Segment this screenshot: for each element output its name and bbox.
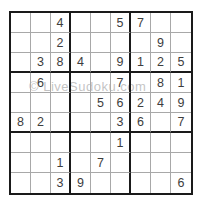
cell-r3c1[interactable]: [11, 53, 31, 73]
cell-r2c1[interactable]: [11, 33, 31, 53]
cell-r5c1[interactable]: [11, 93, 31, 113]
cell-r7c9[interactable]: [171, 133, 191, 153]
cell-r1c8[interactable]: [151, 13, 171, 33]
cell-r8c3: 1: [51, 153, 71, 173]
cell-r1c3: 4: [51, 13, 71, 33]
cell-r1c9[interactable]: [171, 13, 191, 33]
cell-r6c7: 6: [131, 113, 151, 133]
cell-r7c1[interactable]: [11, 133, 31, 153]
cell-r1c6: 5: [111, 13, 131, 33]
cell-r1c4[interactable]: [71, 13, 91, 33]
cell-r8c7[interactable]: [131, 153, 151, 173]
cell-r9c4: 9: [71, 173, 91, 193]
cell-r8c6[interactable]: [111, 153, 131, 173]
cell-r5c4[interactable]: [71, 93, 91, 113]
cell-r2c6[interactable]: [111, 33, 131, 53]
cell-r6c3[interactable]: [51, 113, 71, 133]
cell-r8c1[interactable]: [11, 153, 31, 173]
cell-r4c7[interactable]: [131, 73, 151, 93]
cell-r9c5[interactable]: [91, 173, 111, 193]
cell-r2c2[interactable]: [31, 33, 51, 53]
cell-r6c6: 3: [111, 113, 131, 133]
cell-r6c9: 7: [171, 113, 191, 133]
cell-r5c5: 5: [91, 93, 111, 113]
cell-r7c6: 1: [111, 133, 131, 153]
cell-r3c9: 5: [171, 53, 191, 73]
cell-r5c7: 2: [131, 93, 151, 113]
cell-r1c2[interactable]: [31, 13, 51, 33]
cell-r5c3[interactable]: [51, 93, 71, 113]
cell-r6c4[interactable]: [71, 113, 91, 133]
cell-r1c7: 7: [131, 13, 151, 33]
cell-r7c5[interactable]: [91, 133, 111, 153]
cell-r9c1[interactable]: [11, 173, 31, 193]
cell-r8c8[interactable]: [151, 153, 171, 173]
cell-r7c2[interactable]: [31, 133, 51, 153]
cell-r4c1[interactable]: [11, 73, 31, 93]
cell-r2c4[interactable]: [71, 33, 91, 53]
cell-r1c1[interactable]: [11, 13, 31, 33]
cell-r2c9[interactable]: [171, 33, 191, 53]
sudoku-board: 45729384912567815624982367117396: [9, 11, 193, 195]
cell-r4c6: 7: [111, 73, 131, 93]
cell-r2c5[interactable]: [91, 33, 111, 53]
cell-r8c5: 7: [91, 153, 111, 173]
cell-r7c8[interactable]: [151, 133, 171, 153]
cell-r2c7[interactable]: [131, 33, 151, 53]
cell-r8c4[interactable]: [71, 153, 91, 173]
cell-r9c2[interactable]: [31, 173, 51, 193]
cell-r4c8: 8: [151, 73, 171, 93]
cell-r9c3: 3: [51, 173, 71, 193]
cell-r4c5[interactable]: [91, 73, 111, 93]
cell-r3c3: 8: [51, 53, 71, 73]
cell-r3c2: 3: [31, 53, 51, 73]
cell-r4c9: 1: [171, 73, 191, 93]
cell-r3c6: 9: [111, 53, 131, 73]
cell-r9c7[interactable]: [131, 173, 151, 193]
cell-r6c5[interactable]: [91, 113, 111, 133]
cell-r3c4: 4: [71, 53, 91, 73]
cell-r6c2: 2: [31, 113, 51, 133]
sudoku-page: © LiveSudoku.com 45729384912567815624982…: [0, 0, 200, 200]
cell-r5c8: 4: [151, 93, 171, 113]
cell-r6c8[interactable]: [151, 113, 171, 133]
cell-r5c6: 6: [111, 93, 131, 113]
cell-r8c9[interactable]: [171, 153, 191, 173]
cell-r3c7: 1: [131, 53, 151, 73]
cell-r4c4[interactable]: [71, 73, 91, 93]
cell-r3c8: 2: [151, 53, 171, 73]
cell-r8c2[interactable]: [31, 153, 51, 173]
cell-r2c8: 9: [151, 33, 171, 53]
cell-r7c3[interactable]: [51, 133, 71, 153]
cell-r9c9: 6: [171, 173, 191, 193]
cell-r1c5[interactable]: [91, 13, 111, 33]
cell-r9c6[interactable]: [111, 173, 131, 193]
cell-r5c9: 9: [171, 93, 191, 113]
cell-r5c2[interactable]: [31, 93, 51, 113]
cell-r7c4[interactable]: [71, 133, 91, 153]
cell-r4c2: 6: [31, 73, 51, 93]
cell-r2c3: 2: [51, 33, 71, 53]
cell-r7c7[interactable]: [131, 133, 151, 153]
cell-r4c3[interactable]: [51, 73, 71, 93]
cell-r9c8[interactable]: [151, 173, 171, 193]
cell-r6c1: 8: [11, 113, 31, 133]
cell-r3c5[interactable]: [91, 53, 111, 73]
